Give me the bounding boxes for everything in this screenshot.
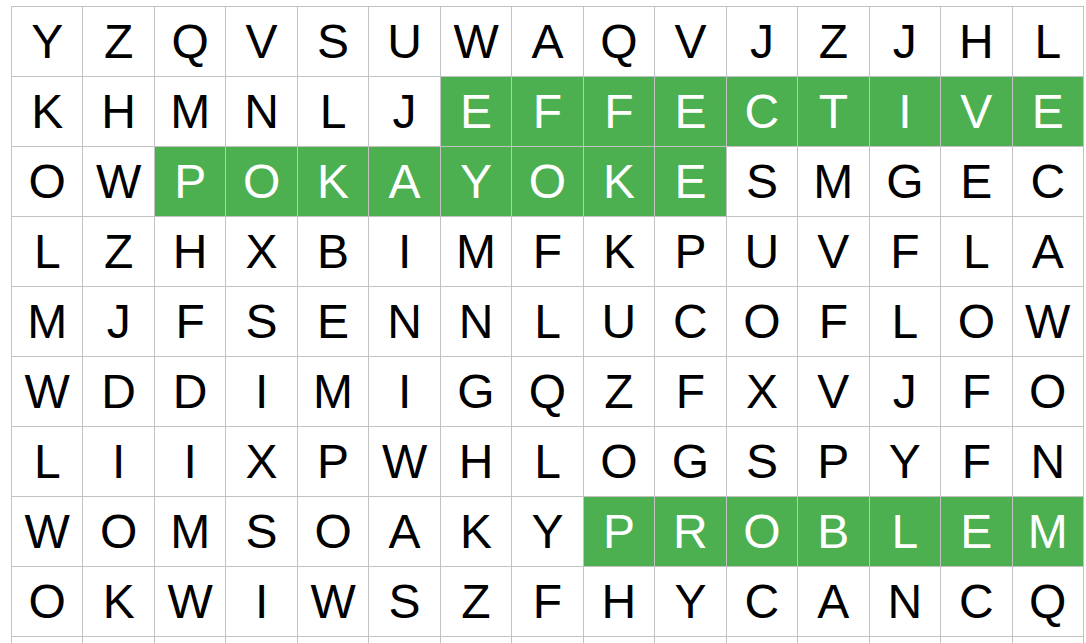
grid-cell-r3c14[interactable]: E [941,147,1011,216]
grid-cell-r4c15[interactable]: A [1013,217,1083,286]
grid-cell-r10c7[interactable] [441,637,511,643]
grid-cell-r2c12[interactable]: T [798,77,868,146]
grid-cell-r3c13[interactable]: G [870,147,940,216]
grid-cell-r9c2[interactable]: K [83,567,153,636]
grid-cell-r7c7[interactable]: H [441,427,511,496]
grid-cell-r6c5[interactable]: M [298,357,368,426]
grid-cell-r5c13[interactable]: L [870,287,940,356]
grid-cell-r5c4[interactable]: S [226,287,296,356]
grid-cell-r1c3[interactable]: Q [155,7,225,76]
grid-cell-r9c3[interactable]: W [155,567,225,636]
grid-cell-r9c6[interactable]: S [369,567,439,636]
grid-cell-r2c10[interactable]: E [655,77,725,146]
grid-cell-r1c10[interactable]: V [655,7,725,76]
grid-cell-r8c3[interactable]: M [155,497,225,566]
grid-cell-r6c11[interactable]: X [727,357,797,426]
grid-cell-r8c11[interactable]: O [727,497,797,566]
grid-cell-r7c8[interactable]: L [512,427,582,496]
grid-cell-r2c13[interactable]: I [870,77,940,146]
grid-cell-r6c13[interactable]: J [870,357,940,426]
grid-cell-r6c12[interactable]: V [798,357,868,426]
grid-cell-r7c15[interactable]: N [1013,427,1083,496]
grid-cell-r1c8[interactable]: A [512,7,582,76]
grid-cell-r6c9[interactable]: Z [584,357,654,426]
grid-cell-r10c13[interactable] [870,637,940,643]
grid-cell-r8c8[interactable]: Y [512,497,582,566]
grid-cell-r5c9[interactable]: U [584,287,654,356]
word-search-board: YZQVSUWAQVJZJHLKHMNLJEFFECTIVEOWPOKAYOKE… [11,6,1084,643]
grid-cell-r10c2[interactable] [83,637,153,643]
grid-cell-r8c15[interactable]: M [1013,497,1083,566]
grid-cell-r4c14[interactable]: L [941,217,1011,286]
grid-cell-r6c10[interactable]: F [655,357,725,426]
grid-cell-r2c5[interactable]: L [298,77,368,146]
grid-cell-r6c1[interactable]: W [12,357,82,426]
grid-cell-r2c8[interactable]: F [512,77,582,146]
grid-cell-r9c7[interactable]: Z [441,567,511,636]
grid-cell-r1c6[interactable]: U [369,7,439,76]
grid-cell-r2c15[interactable]: E [1013,77,1083,146]
grid-cell-r1c4[interactable]: V [226,7,296,76]
grid-cell-r4c2[interactable]: Z [83,217,153,286]
grid-cell-r4c8[interactable]: F [512,217,582,286]
grid-cell-r4c6[interactable]: I [369,217,439,286]
grid-cell-r8c2[interactable]: O [83,497,153,566]
grid-cell-r3c1[interactable]: O [12,147,82,216]
grid-cell-r5c7[interactable]: N [441,287,511,356]
grid-cell-r4c1[interactable]: L [12,217,82,286]
grid-cell-r8c1[interactable]: W [12,497,82,566]
grid-cell-r3c5[interactable]: K [298,147,368,216]
grid-cell-r6c7[interactable]: G [441,357,511,426]
grid-cell-r8c6[interactable]: A [369,497,439,566]
grid-cell-r1c1[interactable]: Y [12,7,82,76]
grid-cell-r7c5[interactable]: P [298,427,368,496]
grid-cell-r2c11[interactable]: C [727,77,797,146]
grid-cell-r9c13[interactable]: N [870,567,940,636]
grid-cell-r4c9[interactable]: K [584,217,654,286]
grid-cell-r4c7[interactable]: M [441,217,511,286]
grid-cell-r3c9[interactable]: K [584,147,654,216]
grid-cell-r7c1[interactable]: L [12,427,82,496]
grid-cell-r6c6[interactable]: I [369,357,439,426]
grid-cell-r5c12[interactable]: F [798,287,868,356]
grid-cell-r3c4[interactable]: O [226,147,296,216]
grid-cell-r4c3[interactable]: H [155,217,225,286]
grid-cell-r10c11[interactable] [727,637,797,643]
grid-cell-r10c8[interactable] [512,637,582,643]
grid-cell-r2c7[interactable]: E [441,77,511,146]
grid-cell-r10c4[interactable] [226,637,296,643]
grid-cell-r1c13[interactable]: J [870,7,940,76]
grid-cell-r3c3[interactable]: P [155,147,225,216]
grid-cell-r6c14[interactable]: F [941,357,1011,426]
grid-cell-r1c15[interactable]: L [1013,7,1083,76]
grid-cell-r10c3[interactable] [155,637,225,643]
grid-cell-r9c12[interactable]: A [798,567,868,636]
grid-cell-r5c10[interactable]: C [655,287,725,356]
grid-cell-r2c14[interactable]: V [941,77,1011,146]
grid-cell-r2c3[interactable]: M [155,77,225,146]
grid-cell-r10c12[interactable] [798,637,868,643]
grid-cell-r3c11[interactable]: S [727,147,797,216]
grid-cell-r3c7[interactable]: Y [441,147,511,216]
grid-cell-r2c9[interactable]: F [584,77,654,146]
grid-cell-r9c1[interactable]: O [12,567,82,636]
grid-cell-r8c10[interactable]: R [655,497,725,566]
grid-cell-r7c13[interactable]: Y [870,427,940,496]
grid-cell-r8c14[interactable]: E [941,497,1011,566]
grid-cell-r1c14[interactable]: H [941,7,1011,76]
grid-cell-r7c6[interactable]: W [369,427,439,496]
grid-cell-r4c13[interactable]: F [870,217,940,286]
grid-cell-r3c10[interactable]: E [655,147,725,216]
grid-cell-r1c12[interactable]: Z [798,7,868,76]
grid-cell-r6c4[interactable]: I [226,357,296,426]
grid-cell-r5c14[interactable]: O [941,287,1011,356]
grid-cell-r6c8[interactable]: Q [512,357,582,426]
grid-cell-r7c3[interactable]: I [155,427,225,496]
grid-cell-r5c3[interactable]: F [155,287,225,356]
grid-cell-r3c15[interactable]: C [1013,147,1083,216]
grid-cell-r9c14[interactable]: C [941,567,1011,636]
grid-cell-r7c11[interactable]: S [727,427,797,496]
grid-cell-r4c10[interactable]: P [655,217,725,286]
grid-cell-r9c9[interactable]: H [584,567,654,636]
grid-cell-r9c11[interactable]: C [727,567,797,636]
grid-cell-r9c8[interactable]: F [512,567,582,636]
grid-cell-r8c7[interactable]: K [441,497,511,566]
grid-cell-r10c1[interactable] [12,637,82,643]
grid-cell-r8c5[interactable]: O [298,497,368,566]
grid-cell-r8c4[interactable]: S [226,497,296,566]
grid-cell-r6c2[interactable]: D [83,357,153,426]
grid-cell-r8c12[interactable]: B [798,497,868,566]
grid-cell-r9c4[interactable]: I [226,567,296,636]
grid-cell-r7c9[interactable]: O [584,427,654,496]
grid-cell-r9c10[interactable]: Y [655,567,725,636]
grid-cell-r5c11[interactable]: O [727,287,797,356]
grid-cell-r3c6[interactable]: A [369,147,439,216]
grid-cell-r1c2[interactable]: Z [83,7,153,76]
grid-cell-r2c4[interactable]: N [226,77,296,146]
grid-cell-r2c2[interactable]: H [83,77,153,146]
grid-cell-r6c15[interactable]: O [1013,357,1083,426]
grid-cell-r1c11[interactable]: J [727,7,797,76]
grid-cell-r1c9[interactable]: Q [584,7,654,76]
grid-cell-r10c10[interactable] [655,637,725,643]
grid-cell-r5c8[interactable]: L [512,287,582,356]
grid-cell-r1c7[interactable]: W [441,7,511,76]
grid-cell-r5c6[interactable]: N [369,287,439,356]
grid-cell-r3c8[interactable]: O [512,147,582,216]
grid-cell-r7c2[interactable]: I [83,427,153,496]
grid-cell-r6c3[interactable]: D [155,357,225,426]
grid-cell-r10c14[interactable] [941,637,1011,643]
grid-cell-r7c12[interactable]: P [798,427,868,496]
grid-cell-r5c2[interactable]: J [83,287,153,356]
grid-cell-r7c14[interactable]: F [941,427,1011,496]
grid-cell-r9c5[interactable]: W [298,567,368,636]
grid-cell-r5c1[interactable]: M [12,287,82,356]
grid-cell-r5c15[interactable]: W [1013,287,1083,356]
grid-cell-r4c4[interactable]: X [226,217,296,286]
grid-cell-r4c12[interactable]: V [798,217,868,286]
grid-cell-r10c15[interactable] [1013,637,1083,643]
grid-cell-r5c5[interactable]: E [298,287,368,356]
grid-cell-r9c15[interactable]: Q [1013,567,1083,636]
grid-cell-r8c13[interactable]: L [870,497,940,566]
grid-cell-r2c1[interactable]: K [12,77,82,146]
grid-cell-r4c11[interactable]: U [727,217,797,286]
grid-cell-r10c6[interactable] [369,637,439,643]
grid-cell-r8c9[interactable]: P [584,497,654,566]
grid-cell-r3c12[interactable]: M [798,147,868,216]
grid-cell-r3c2[interactable]: W [83,147,153,216]
grid-cell-r10c5[interactable] [298,637,368,643]
grid-cell-r2c6[interactable]: J [369,77,439,146]
grid-cell-r7c10[interactable]: G [655,427,725,496]
grid-cell-r10c9[interactable] [584,637,654,643]
grid-cell-r1c5[interactable]: S [298,7,368,76]
grid-cell-r7c4[interactable]: X [226,427,296,496]
grid-cell-r4c5[interactable]: B [298,217,368,286]
